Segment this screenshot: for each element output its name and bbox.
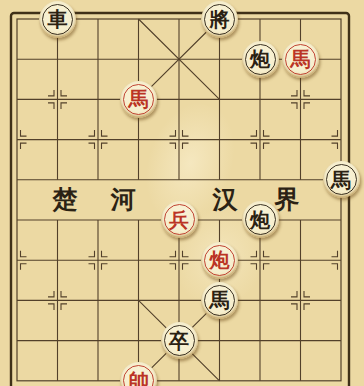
piece-glyph: 帥 xyxy=(129,370,149,386)
piece-black-chariot[interactable]: 車 xyxy=(39,1,76,38)
piece-red-general[interactable]: 帥 xyxy=(120,362,157,386)
piece-black-cannon[interactable]: 炮 xyxy=(242,41,279,78)
piece-glyph: 馬 xyxy=(210,290,230,310)
piece-black-general[interactable]: 將 xyxy=(201,1,238,38)
piece-glyph: 炮 xyxy=(250,209,270,229)
piece-glyph: 卒 xyxy=(169,330,189,350)
piece-red-soldier[interactable]: 兵 xyxy=(161,201,198,238)
piece-glyph: 將 xyxy=(210,9,230,29)
piece-red-horse[interactable]: 馬 xyxy=(282,41,319,78)
piece-glyph: 兵 xyxy=(169,209,189,229)
piece-black-cannon[interactable]: 炮 xyxy=(242,201,279,238)
piece-black-horse[interactable]: 馬 xyxy=(323,161,360,198)
piece-black-soldier[interactable]: 卒 xyxy=(161,322,198,359)
piece-glyph: 炮 xyxy=(210,250,230,270)
piece-glyph: 車 xyxy=(48,9,68,29)
piece-glyph: 炮 xyxy=(250,49,270,69)
piece-red-cannon[interactable]: 炮 xyxy=(201,242,238,279)
piece-glyph: 馬 xyxy=(129,89,149,109)
piece-black-horse[interactable]: 馬 xyxy=(201,282,238,319)
piece-glyph: 馬 xyxy=(291,49,311,69)
pieces-layer: 車將炮馬馬馬兵炮炮馬卒帥 xyxy=(0,0,361,386)
piece-glyph: 馬 xyxy=(331,169,351,189)
piece-red-horse[interactable]: 馬 xyxy=(120,81,157,118)
xiangqi-board: 楚 河 汉 界 車將炮馬馬馬兵炮炮馬卒帥 xyxy=(0,0,364,386)
